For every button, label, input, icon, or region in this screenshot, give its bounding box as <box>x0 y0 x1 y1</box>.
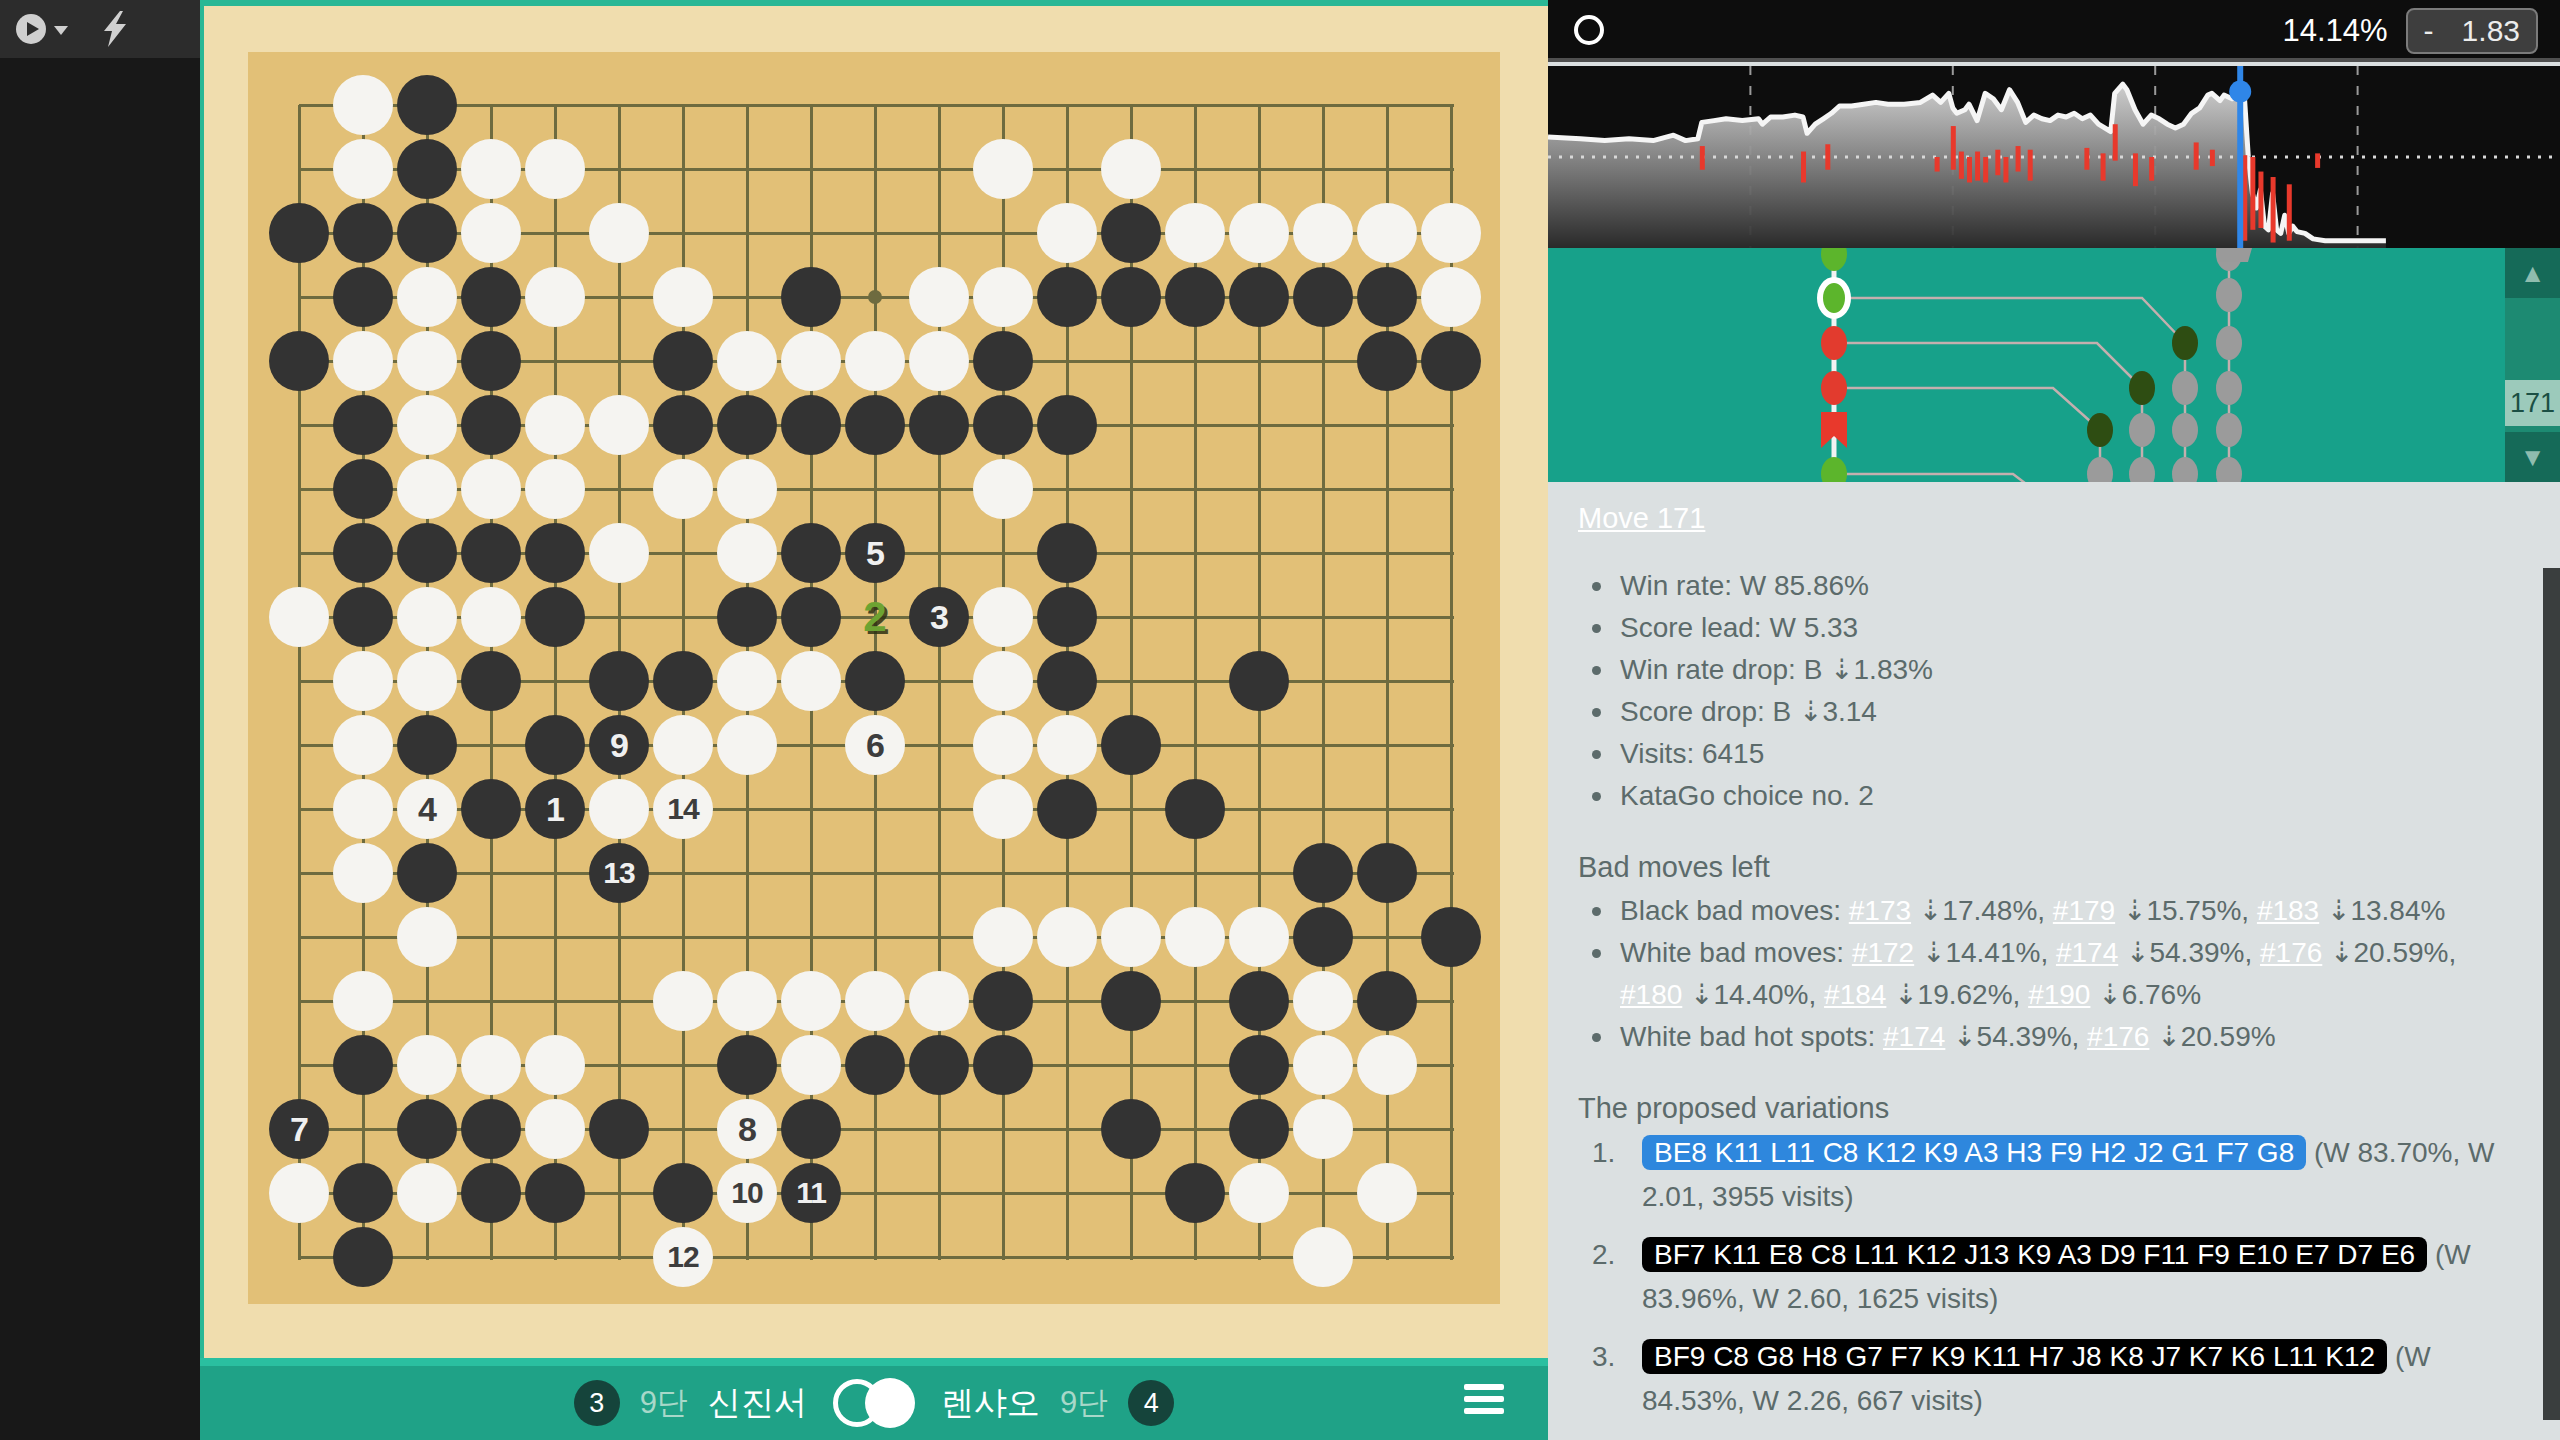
analysis-text-panel: Move 171 Win rate: W 85.86%Score lead: W… <box>1548 482 2560 1440</box>
go-board[interactable]: 5396411413781011122 <box>248 52 1500 1304</box>
go-stone <box>909 971 969 1031</box>
go-stone <box>781 971 841 1031</box>
bad-move-bar <box>2084 148 2089 170</box>
go-stone <box>525 459 585 519</box>
go-stone <box>1037 779 1097 839</box>
ghost-move-number: 2 <box>845 587 905 647</box>
tree-node <box>2087 413 2113 447</box>
go-stone <box>1421 203 1481 263</box>
go-stone <box>1357 1035 1417 1095</box>
go-stone <box>1357 1163 1417 1223</box>
tree-node <box>2129 457 2155 482</box>
go-stone <box>653 267 713 327</box>
go-stone <box>1293 971 1353 1031</box>
go-stone <box>1421 267 1481 327</box>
go-stone <box>397 139 457 199</box>
bad-move-bar <box>1935 157 1940 172</box>
go-stone <box>333 1163 393 1223</box>
go-stone <box>717 331 777 391</box>
move-ref-link[interactable]: #190 <box>2028 979 2090 1010</box>
go-stone <box>653 331 713 391</box>
bad-move-bar <box>2133 153 2138 186</box>
bad-move-bar <box>2250 157 2255 230</box>
player-bar-accent <box>200 1358 1548 1366</box>
go-stone <box>781 523 841 583</box>
go-stone <box>1293 843 1353 903</box>
go-stone <box>973 651 1033 711</box>
move-ref-link[interactable]: #184 <box>1824 979 1886 1010</box>
scrollbar-thumb[interactable] <box>2543 568 2560 1420</box>
go-stone <box>973 779 1033 839</box>
bad-move-bar <box>2287 184 2292 240</box>
tree-node <box>2216 278 2242 312</box>
go-stone <box>589 203 649 263</box>
tree-node <box>2216 457 2242 482</box>
go-stone <box>845 971 905 1031</box>
go-stone <box>1101 971 1161 1031</box>
go-stone <box>461 1163 521 1223</box>
go-stone <box>397 1035 457 1095</box>
go-stone <box>397 1163 457 1223</box>
go-stone <box>717 523 777 583</box>
bad-move-bar <box>2271 177 2276 243</box>
go-stone <box>717 715 777 775</box>
score-badge-minus: - <box>2424 14 2434 48</box>
white-rank: 9단 <box>1060 1382 1108 1424</box>
go-stone: 10 <box>717 1163 777 1223</box>
go-stone <box>397 459 457 519</box>
go-stone <box>845 395 905 455</box>
variation-moves[interactable]: BE8 K11 L11 C8 K12 K9 A3 H3 F9 H2 J2 G1 … <box>1642 1135 2306 1170</box>
go-stone <box>653 971 713 1031</box>
go-stone <box>781 331 841 391</box>
stat-item: Score lead: W 5.33 <box>1578 607 2508 649</box>
go-stone <box>1293 1227 1353 1287</box>
go-stone <box>845 331 905 391</box>
move-tree[interactable]: ▲ 171 ▼ <box>1548 248 2560 482</box>
winrate-topbar: 14.14% - 1.83 <box>1548 0 2560 62</box>
go-stone <box>461 779 521 839</box>
go-stone <box>781 1099 841 1159</box>
bad-move-line: White bad moves: #172 ⇣14.41%, #174 ⇣54.… <box>1578 932 2478 1016</box>
go-stone <box>1037 395 1097 455</box>
go-stone <box>845 1035 905 1095</box>
go-stone <box>973 587 1033 647</box>
go-stone <box>333 1227 393 1287</box>
go-stone <box>333 203 393 263</box>
go-stone <box>717 651 777 711</box>
go-stone <box>461 395 521 455</box>
go-stone <box>973 971 1033 1031</box>
black-winrate-value: 14.14% <box>2282 13 2387 49</box>
stat-item: Win rate drop: B ⇣1.83% <box>1578 649 2508 691</box>
go-stone <box>781 1035 841 1095</box>
go-stone: 4 <box>397 779 457 839</box>
black-rank: 9단 <box>640 1382 688 1424</box>
black-captures-badge: 3 <box>574 1380 620 1426</box>
go-stone: 12 <box>653 1227 713 1287</box>
go-stone <box>653 1163 713 1223</box>
go-stone: 11 <box>781 1163 841 1223</box>
go-stone <box>653 651 713 711</box>
go-stone <box>333 651 393 711</box>
go-stone <box>589 651 649 711</box>
go-stone <box>1293 203 1353 263</box>
go-stone <box>525 139 585 199</box>
stat-item: Score drop: B ⇣3.14 <box>1578 691 2508 733</box>
go-stone <box>1101 267 1161 327</box>
cursor-handle <box>2216 248 2252 262</box>
go-stone <box>397 523 457 583</box>
bad-move-bar <box>2194 142 2199 169</box>
bad-move-bar <box>1975 152 1980 181</box>
go-stone <box>397 587 457 647</box>
go-stone <box>397 843 457 903</box>
go-stone <box>717 459 777 519</box>
go-stone <box>397 1099 457 1159</box>
go-stone <box>973 715 1033 775</box>
move-stats-list: Win rate: W 85.86%Score lead: W 5.33Win … <box>1578 565 2508 817</box>
go-stone <box>1101 139 1161 199</box>
go-stone <box>909 267 969 327</box>
go-stone <box>397 907 457 967</box>
go-stone <box>397 203 457 263</box>
go-stone <box>1229 651 1289 711</box>
bad-move-bar <box>1967 157 1972 182</box>
go-stone <box>397 395 457 455</box>
go-stone <box>333 587 393 647</box>
go-stone <box>333 267 393 327</box>
move-cursor-dot <box>2229 80 2251 102</box>
tree-node <box>2129 371 2155 405</box>
go-stone <box>1357 971 1417 1031</box>
go-stone <box>973 267 1033 327</box>
player-bar: 3 9단 신진서 렌샤오 9단 4 <box>200 1358 1548 1440</box>
bad-move-line: Black bad moves: #173 ⇣17.48%, #179 ⇣15.… <box>1578 890 2478 932</box>
go-stone: 3 <box>909 587 969 647</box>
tree-node <box>2087 457 2113 482</box>
go-stone <box>973 907 1033 967</box>
move-ref-link[interactable]: #179 <box>2053 895 2115 926</box>
tree-node <box>1821 457 1847 482</box>
go-stone <box>653 715 713 775</box>
go-stone <box>973 139 1033 199</box>
go-stone <box>525 715 585 775</box>
go-stone: 14 <box>653 779 713 839</box>
variation-item: 2.BF7 K11 E8 C8 L11 K12 J13 K9 A3 D9 F11… <box>1578 1233 2498 1321</box>
go-stone <box>717 587 777 647</box>
go-stone: 13 <box>589 843 649 903</box>
bad-move-bar <box>2210 150 2215 166</box>
move-ref-link[interactable]: #176 <box>2260 937 2322 968</box>
tree-node <box>2172 326 2198 360</box>
white-to-play-icon <box>1574 15 1604 45</box>
move-ref-link[interactable]: #174 <box>1883 1021 1945 1052</box>
go-stone <box>1101 715 1161 775</box>
go-stone <box>525 587 585 647</box>
board-container: 5396411413781011122 3 9단 신진서 렌샤오 9단 4 <box>200 0 1548 1440</box>
current-node <box>1820 280 1848 316</box>
bad-move-bar <box>2113 124 2118 160</box>
chevron-down-icon[interactable] <box>54 26 68 35</box>
go-stone <box>333 843 393 903</box>
black-player-name: 신진서 <box>708 1381 807 1426</box>
tree-node <box>2172 457 2198 482</box>
grid-line <box>299 872 1454 875</box>
go-stone <box>525 523 585 583</box>
go-stone <box>333 75 393 135</box>
go-stone <box>1037 523 1097 583</box>
go-stone <box>1165 779 1225 839</box>
app-window: 5396411413781011122 3 9단 신진서 렌샤오 9단 4 <box>0 0 2560 1440</box>
go-stone <box>1421 331 1481 391</box>
move-title-link[interactable]: Move 171 <box>1578 502 1705 534</box>
bad-move-bar <box>1951 126 1956 170</box>
variation-item: 3.BF9 C8 G8 H8 G7 F7 K9 K11 H7 J8 K8 J7 … <box>1578 1335 2498 1423</box>
move-ref-link[interactable]: #172 <box>1852 937 1914 968</box>
go-stone <box>781 267 841 327</box>
go-stone <box>589 523 649 583</box>
stat-item: Win rate: W 85.86% <box>1578 565 2508 607</box>
bad-move-bar <box>2003 157 2008 182</box>
bad-move-bar <box>2101 153 2106 180</box>
go-stone <box>461 1035 521 1095</box>
go-stone <box>1293 267 1353 327</box>
bad-moves-list: Black bad moves: #173 ⇣17.48%, #179 ⇣15.… <box>1578 890 2508 1058</box>
white-stone-icon <box>865 1378 915 1428</box>
go-stone <box>333 779 393 839</box>
go-stone <box>333 331 393 391</box>
tree-down-button[interactable]: ▼ <box>2505 432 2560 482</box>
go-stone <box>525 1163 585 1223</box>
go-stone <box>1293 1099 1353 1159</box>
go-stone <box>589 779 649 839</box>
board-frame-left <box>200 0 204 1358</box>
bad-move-bar <box>1983 157 1988 182</box>
bad-move-bar <box>2149 157 2154 181</box>
go-stone <box>1037 587 1097 647</box>
go-stone <box>1229 267 1289 327</box>
current-move-number: 171 <box>2505 380 2560 426</box>
go-stone <box>1165 203 1225 263</box>
go-stone: 7 <box>269 1099 329 1159</box>
go-stone <box>333 715 393 775</box>
go-stone <box>589 1099 649 1159</box>
go-stone <box>1229 203 1289 263</box>
variation-number: 2. <box>1592 1233 1615 1277</box>
move-ref-link[interactable]: #180 <box>1620 979 1682 1010</box>
go-stone <box>1229 907 1289 967</box>
go-stone: 5 <box>845 523 905 583</box>
go-stone <box>525 267 585 327</box>
go-stone <box>269 1163 329 1223</box>
go-stone <box>525 1099 585 1159</box>
go-stone <box>717 1035 777 1095</box>
go-stone <box>781 395 841 455</box>
go-stone: 6 <box>845 715 905 775</box>
go-stone <box>461 331 521 391</box>
go-stone <box>525 1035 585 1095</box>
white-player-name: 렌샤오 <box>941 1381 1040 1426</box>
go-stone <box>1357 267 1417 327</box>
tree-node <box>1821 371 1847 405</box>
bad-move-bar <box>1801 152 1806 183</box>
score-lead-badge[interactable]: - 1.83 <box>2406 8 2538 54</box>
go-stone <box>909 1035 969 1095</box>
go-stone <box>589 395 649 455</box>
tree-scroll-widget: ▲ 171 ▼ <box>2505 248 2560 482</box>
grid-line <box>299 1256 1454 1259</box>
go-stone <box>781 587 841 647</box>
move-ref-link[interactable]: #174 <box>2056 937 2118 968</box>
go-stone <box>1293 907 1353 967</box>
go-stone <box>269 587 329 647</box>
go-stone <box>333 1035 393 1095</box>
go-stone <box>1101 203 1161 263</box>
go-stone <box>845 651 905 711</box>
tree-node <box>2129 413 2155 447</box>
go-stone <box>1101 1099 1161 1159</box>
go-stone <box>653 395 713 455</box>
go-stone <box>333 139 393 199</box>
tree-node <box>1821 248 1847 271</box>
sidebar-toolbar <box>0 0 200 58</box>
go-stone <box>461 587 521 647</box>
lightning-icon[interactable] <box>96 11 136 47</box>
go-stone <box>973 395 1033 455</box>
go-stone <box>909 331 969 391</box>
go-stone <box>1165 907 1225 967</box>
tree-up-button[interactable]: ▲ <box>2505 248 2560 298</box>
white-captures-badge: 4 <box>1128 1380 1174 1426</box>
bad-move-bar <box>2016 146 2021 171</box>
go-stone <box>1357 843 1417 903</box>
go-stone <box>1229 1099 1289 1159</box>
go-stone <box>909 395 969 455</box>
go-stone <box>1357 203 1417 263</box>
go-stone <box>1165 1163 1225 1223</box>
go-stone: 1 <box>525 779 585 839</box>
go-stone <box>1293 1035 1353 1095</box>
go-stone: 8 <box>717 1099 777 1159</box>
tree-node <box>2216 413 2242 447</box>
go-stone <box>973 1035 1033 1095</box>
go-stone <box>397 331 457 391</box>
go-stone <box>973 459 1033 519</box>
variation-number: 3. <box>1592 1335 1615 1379</box>
go-stone <box>1421 907 1481 967</box>
turn-toggle[interactable] <box>833 1378 915 1428</box>
go-stone <box>461 523 521 583</box>
board-frame-top <box>200 0 1548 6</box>
variation-moves[interactable]: BF9 C8 G8 H8 G7 F7 K9 K11 H7 J8 K8 J7 K7… <box>1642 1339 2387 1374</box>
go-stone <box>333 523 393 583</box>
go-stone <box>717 971 777 1031</box>
go-stone <box>525 395 585 455</box>
menu-icon[interactable] <box>1464 1384 1504 1420</box>
move-ref-link[interactable]: #173 <box>1849 895 1911 926</box>
analysis-panel: 14.14% - 1.83 ▲ 171 ▼ Move 171 Win rate:… <box>1548 0 2560 1440</box>
go-stone <box>461 203 521 263</box>
go-stone <box>461 1099 521 1159</box>
variations-list: 1.BE8 K11 L11 C8 K12 K9 A3 H3 F9 H2 J2 G… <box>1578 1131 2508 1423</box>
go-stone <box>973 331 1033 391</box>
tree-node <box>2216 326 2242 360</box>
variation-moves[interactable]: BF7 K11 E8 C8 L11 K12 J13 K9 A3 D9 F11 F… <box>1642 1237 2427 1272</box>
go-stone <box>1037 651 1097 711</box>
go-stone <box>461 139 521 199</box>
bad-moves-heading: Bad moves left <box>1578 851 2508 884</box>
score-badge-value: 1.83 <box>2462 14 2520 48</box>
move-ref-link[interactable]: #183 <box>2257 895 2319 926</box>
go-stone <box>461 459 521 519</box>
go-stone: 9 <box>589 715 649 775</box>
go-stone <box>717 395 777 455</box>
bad-move-bar <box>2315 153 2320 168</box>
bad-move-bar <box>1995 150 2000 175</box>
go-stone <box>781 651 841 711</box>
go-stone <box>397 715 457 775</box>
tree-node <box>2172 413 2198 447</box>
bad-move-bar <box>2258 172 2263 228</box>
go-stone <box>1037 715 1097 775</box>
go-stone <box>653 459 713 519</box>
variations-heading: The proposed variations <box>1578 1092 2508 1125</box>
variation-item: 1.BE8 K11 L11 C8 K12 K9 A3 H3 F9 H2 J2 G… <box>1578 1131 2498 1219</box>
go-stone <box>1229 1035 1289 1095</box>
go-stone <box>1037 907 1097 967</box>
go-stone <box>333 459 393 519</box>
go-stone <box>461 651 521 711</box>
stat-item: KataGo choice no. 2 <box>1578 775 2508 817</box>
go-stone <box>1229 1163 1289 1223</box>
bad-move-line: White bad hot spots: #174 ⇣54.39%, #176 … <box>1578 1016 2478 1058</box>
go-stone <box>1037 203 1097 263</box>
go-stone <box>397 267 457 327</box>
tree-node <box>2172 371 2198 405</box>
go-stone <box>333 971 393 1031</box>
move-ref-link[interactable]: #176 <box>2087 1021 2149 1052</box>
go-stone <box>461 267 521 327</box>
bad-move-bar <box>1959 152 1964 179</box>
winrate-graph[interactable] <box>1548 66 2560 248</box>
tree-node <box>2216 371 2242 405</box>
tree-node <box>1821 326 1847 360</box>
variation-number: 1. <box>1592 1131 1615 1175</box>
star-point <box>868 290 882 304</box>
go-stone <box>1101 907 1161 967</box>
stat-item: Visits: 6415 <box>1578 733 2508 775</box>
go-stone <box>269 203 329 263</box>
bad-move-bar <box>2028 150 2033 181</box>
left-sidebar <box>0 0 200 1440</box>
play-button-icon[interactable] <box>16 14 46 44</box>
go-stone <box>397 651 457 711</box>
go-stone <box>1229 971 1289 1031</box>
go-stone <box>397 75 457 135</box>
go-stone <box>1165 267 1225 327</box>
go-stone <box>1357 331 1417 391</box>
go-stone <box>1037 267 1097 327</box>
bad-move-bar <box>1700 146 1705 170</box>
go-stone <box>269 331 329 391</box>
bad-move-bar <box>1825 144 1830 169</box>
go-stone <box>333 395 393 455</box>
